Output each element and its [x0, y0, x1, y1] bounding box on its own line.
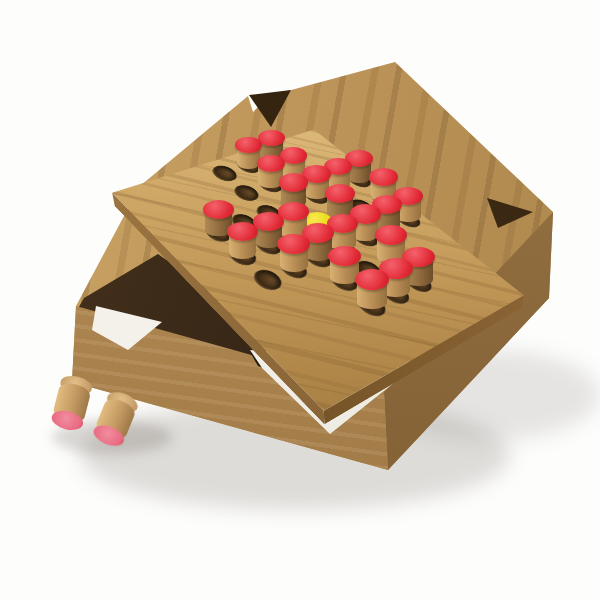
peg-top-red: [258, 130, 285, 146]
red-peg[interactable]: [355, 269, 390, 309]
product-photo-scene: [0, 0, 600, 600]
peg-top-red: [279, 173, 308, 191]
red-peg[interactable]: [227, 222, 259, 259]
peg-top-red: [325, 184, 355, 202]
peg-top-red: [235, 137, 262, 154]
peg-top-red: [375, 225, 407, 245]
board-cell: [267, 286, 321, 324]
board-cell: [294, 312, 349, 353]
peg-top-red: [369, 168, 398, 186]
peg-top-red: [257, 155, 285, 172]
peg-top-red: [277, 234, 310, 254]
peg-top-red: [203, 200, 234, 219]
red-peg[interactable]: [277, 234, 310, 272]
peg-top-red: [328, 246, 361, 267]
